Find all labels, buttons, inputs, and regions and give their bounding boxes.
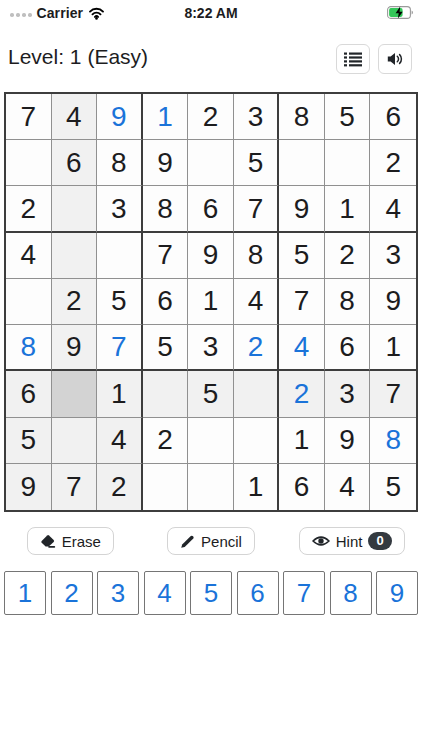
cell-r3c4[interactable]: 8 bbox=[143, 186, 189, 232]
cell-r6c1[interactable]: 8 bbox=[6, 325, 52, 371]
cell-r3c6[interactable]: 7 bbox=[234, 186, 280, 232]
num-button-9[interactable]: 9 bbox=[376, 571, 418, 615]
cell-r6c4[interactable]: 5 bbox=[143, 325, 189, 371]
cell-r6c9[interactable]: 1 bbox=[370, 325, 416, 371]
cell-r7c3[interactable]: 1 bbox=[97, 371, 143, 417]
cell-r1c8[interactable]: 5 bbox=[325, 94, 371, 140]
sudoku-app-screen: Carrier 8:22 AM Level: 1 (Easy) bbox=[0, 0, 422, 750]
cell-r6c3[interactable]: 7 bbox=[97, 325, 143, 371]
cell-r5c4[interactable]: 6 bbox=[143, 279, 189, 325]
cell-r5c1[interactable] bbox=[6, 279, 52, 325]
cell-r5c7[interactable]: 7 bbox=[279, 279, 325, 325]
cell-r9c6[interactable]: 1 bbox=[234, 464, 280, 510]
cell-r5c9[interactable]: 9 bbox=[370, 279, 416, 325]
cell-r9c4[interactable] bbox=[143, 464, 189, 510]
cell-r4c3[interactable] bbox=[97, 233, 143, 279]
cell-r9c7[interactable]: 6 bbox=[279, 464, 325, 510]
sudoku-grid: 7491238566895223867914479852325614789897… bbox=[4, 92, 418, 512]
cell-r2c7[interactable] bbox=[279, 140, 325, 186]
cell-r1c5[interactable]: 2 bbox=[188, 94, 234, 140]
cell-r4c1[interactable]: 4 bbox=[6, 233, 52, 279]
cell-r7c4[interactable] bbox=[143, 371, 189, 417]
hint-label: Hint bbox=[336, 533, 363, 550]
cell-r2c6[interactable]: 5 bbox=[234, 140, 280, 186]
eye-icon bbox=[312, 535, 330, 547]
cell-r3c1[interactable]: 2 bbox=[6, 186, 52, 232]
pencil-icon bbox=[180, 534, 195, 549]
cell-r4c6[interactable]: 8 bbox=[234, 233, 280, 279]
erase-label: Erase bbox=[62, 533, 101, 550]
pencil-button[interactable]: Pencil bbox=[167, 527, 255, 555]
cell-r7c8[interactable]: 3 bbox=[325, 371, 371, 417]
cell-r5c6[interactable]: 4 bbox=[234, 279, 280, 325]
num-button-1[interactable]: 1 bbox=[4, 571, 46, 615]
num-button-3[interactable]: 3 bbox=[97, 571, 139, 615]
cell-r3c2[interactable] bbox=[52, 186, 98, 232]
cell-r5c8[interactable]: 8 bbox=[325, 279, 371, 325]
num-button-7[interactable]: 7 bbox=[283, 571, 325, 615]
cell-r5c5[interactable]: 1 bbox=[188, 279, 234, 325]
cell-r4c5[interactable]: 9 bbox=[188, 233, 234, 279]
level-list-button[interactable] bbox=[336, 44, 370, 74]
num-button-6[interactable]: 6 bbox=[237, 571, 279, 615]
cell-r5c2[interactable]: 2 bbox=[52, 279, 98, 325]
number-pad: 123456789 bbox=[4, 571, 418, 615]
cell-r7c9[interactable]: 7 bbox=[370, 371, 416, 417]
erase-button[interactable]: Erase bbox=[27, 527, 114, 555]
cell-r8c2[interactable] bbox=[52, 418, 98, 464]
cell-r8c1[interactable]: 5 bbox=[6, 418, 52, 464]
cell-r7c6[interactable] bbox=[234, 371, 280, 417]
pencil-label: Pencil bbox=[201, 533, 242, 550]
cell-r7c2[interactable] bbox=[52, 371, 98, 417]
cell-r6c6[interactable]: 2 bbox=[234, 325, 280, 371]
cell-r2c5[interactable] bbox=[188, 140, 234, 186]
cell-r9c9[interactable]: 5 bbox=[370, 464, 416, 510]
cell-r6c8[interactable]: 6 bbox=[325, 325, 371, 371]
cell-r6c2[interactable]: 9 bbox=[52, 325, 98, 371]
cell-r2c3[interactable]: 8 bbox=[97, 140, 143, 186]
cell-r1c7[interactable]: 8 bbox=[279, 94, 325, 140]
cell-r3c7[interactable]: 9 bbox=[279, 186, 325, 232]
cell-r2c9[interactable]: 2 bbox=[370, 140, 416, 186]
cell-r9c2[interactable]: 7 bbox=[52, 464, 98, 510]
cell-r2c2[interactable]: 6 bbox=[52, 140, 98, 186]
cell-r8c9[interactable]: 8 bbox=[370, 418, 416, 464]
cell-r7c5[interactable]: 5 bbox=[188, 371, 234, 417]
cell-r4c2[interactable] bbox=[52, 233, 98, 279]
list-icon bbox=[344, 52, 362, 67]
cell-r2c4[interactable]: 9 bbox=[143, 140, 189, 186]
cell-r1c3[interactable]: 9 bbox=[97, 94, 143, 140]
cell-r9c3[interactable]: 2 bbox=[97, 464, 143, 510]
cell-r4c4[interactable]: 7 bbox=[143, 233, 189, 279]
cell-r8c8[interactable]: 9 bbox=[325, 418, 371, 464]
num-button-2[interactable]: 2 bbox=[51, 571, 93, 615]
clock: 8:22 AM bbox=[0, 5, 422, 21]
cell-r2c1[interactable] bbox=[6, 140, 52, 186]
cell-r4c7[interactable]: 5 bbox=[279, 233, 325, 279]
sound-button[interactable] bbox=[378, 44, 412, 74]
cell-r5c3[interactable]: 5 bbox=[97, 279, 143, 325]
action-toolbar: Erase Pencil Hint bbox=[0, 527, 422, 555]
cell-r1c6[interactable]: 3 bbox=[234, 94, 280, 140]
cell-r3c8[interactable]: 1 bbox=[325, 186, 371, 232]
cell-r1c1[interactable]: 7 bbox=[6, 94, 52, 140]
cell-r9c5[interactable] bbox=[188, 464, 234, 510]
battery-charging-icon bbox=[387, 6, 414, 19]
num-button-5[interactable]: 5 bbox=[190, 571, 232, 615]
cell-r4c9[interactable]: 3 bbox=[370, 233, 416, 279]
cell-r8c6[interactable] bbox=[234, 418, 280, 464]
cell-r1c2[interactable]: 4 bbox=[52, 94, 98, 140]
cell-r1c9[interactable]: 6 bbox=[370, 94, 416, 140]
hint-button[interactable]: Hint 0 bbox=[299, 527, 405, 555]
cell-r3c9[interactable]: 4 bbox=[370, 186, 416, 232]
cell-r8c5[interactable] bbox=[188, 418, 234, 464]
cell-r9c8[interactable]: 4 bbox=[325, 464, 371, 510]
cell-r8c3[interactable]: 4 bbox=[97, 418, 143, 464]
cell-r3c3[interactable]: 3 bbox=[97, 186, 143, 232]
level-title: Level: 1 (Easy) bbox=[8, 45, 148, 69]
num-button-8[interactable]: 8 bbox=[330, 571, 372, 615]
speaker-icon bbox=[387, 52, 403, 66]
cell-r6c5[interactable]: 3 bbox=[188, 325, 234, 371]
num-button-4[interactable]: 4 bbox=[144, 571, 186, 615]
cell-r7c1[interactable]: 6 bbox=[6, 371, 52, 417]
cell-r7c7[interactable]: 2 bbox=[279, 371, 325, 417]
hint-count-badge: 0 bbox=[368, 532, 391, 550]
cell-r9c1[interactable]: 9 bbox=[6, 464, 52, 510]
cell-r4c8[interactable]: 2 bbox=[325, 233, 371, 279]
cell-r3c5[interactable]: 6 bbox=[188, 186, 234, 232]
cell-r8c4[interactable]: 2 bbox=[143, 418, 189, 464]
cell-r6c7[interactable]: 4 bbox=[279, 325, 325, 371]
cell-r1c4[interactable]: 1 bbox=[143, 94, 189, 140]
eraser-icon bbox=[40, 534, 56, 549]
cell-r8c7[interactable]: 1 bbox=[279, 418, 325, 464]
cell-r2c8[interactable] bbox=[325, 140, 371, 186]
